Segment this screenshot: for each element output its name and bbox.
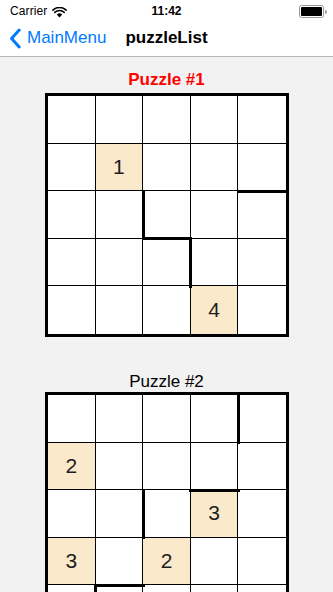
cell-r4c4: [191, 538, 239, 586]
cell-r2c4: [191, 443, 239, 491]
region-border-segment: [94, 584, 97, 592]
cell-r1c5: [238, 96, 286, 144]
cell-r1c1: [48, 395, 96, 443]
cell-r5c3: [143, 585, 191, 592]
puzzle-list-content: Puzzle #114Puzzle #22332: [0, 57, 333, 592]
back-button-label: MainMenu: [27, 28, 106, 48]
puzzle-title: Puzzle #2: [0, 372, 333, 392]
carrier-label: Carrier: [10, 4, 47, 18]
region-border-segment: [189, 237, 192, 288]
battery-nub: [325, 10, 327, 14]
cell-r4c5: [238, 538, 286, 586]
cell-r3c3: [143, 490, 191, 538]
cell-r4c5: [238, 239, 286, 287]
given-cell-r4c1: 3: [48, 538, 96, 586]
cell-r2c1: [48, 144, 96, 192]
cell-r4c1: [48, 239, 96, 287]
cell-r1c2: [96, 96, 144, 144]
status-time: 11:42: [151, 4, 181, 18]
cell-r2c2: [96, 443, 144, 491]
cell-r3c1: [48, 490, 96, 538]
puzzle-grid-1[interactable]: 14: [45, 93, 289, 337]
cell-r1c3: [143, 395, 191, 443]
cell-r5c5: [238, 585, 286, 592]
cell-r3c2: [96, 191, 144, 239]
battery-icon: [299, 5, 327, 18]
cell-r1c4: [191, 395, 239, 443]
cell-r1c5: [238, 395, 286, 443]
region-border-segment: [94, 584, 145, 587]
cell-r5c4: [191, 585, 239, 592]
cell-r5c3: [143, 286, 191, 334]
region-border-segment: [142, 237, 193, 240]
cell-r3c5: [238, 191, 286, 239]
region-border-segment: [237, 190, 288, 193]
cell-r3c4: [191, 191, 239, 239]
cell-r1c3: [143, 96, 191, 144]
battery-body: [299, 5, 324, 18]
cell-r4c2: [96, 538, 144, 586]
cell-r3c3: [143, 191, 191, 239]
page-title: puzzleList: [125, 20, 207, 56]
region-border-segment: [142, 489, 145, 540]
cell-r4c2: [96, 239, 144, 287]
chevron-left-icon: [9, 28, 21, 49]
cell-r5c1: [48, 286, 96, 334]
cell-r5c1: [48, 585, 96, 592]
cell-r1c4: [191, 96, 239, 144]
cell-r2c3: [143, 144, 191, 192]
battery-fill: [301, 7, 322, 16]
given-cell-r4c3: 2: [143, 538, 191, 586]
cell-r2c4: [191, 144, 239, 192]
given-cell-r2c2: 1: [96, 144, 144, 192]
cell-r1c2: [96, 395, 144, 443]
given-cell-r5c4: 4: [191, 286, 239, 334]
cell-r5c5: [238, 286, 286, 334]
cell-r3c1: [48, 191, 96, 239]
puzzle-title: Puzzle #1: [0, 70, 333, 90]
cell-r3c5: [238, 490, 286, 538]
cell-r2c5: [238, 443, 286, 491]
status-bar: Carrier 11:42: [0, 0, 333, 22]
cell-r1c1: [48, 96, 96, 144]
region-border-segment: [142, 190, 145, 241]
cell-r4c4: [191, 239, 239, 287]
nav-bar: MainMenu puzzleList: [0, 20, 333, 57]
cell-r4c3: [143, 239, 191, 287]
given-cell-r2c1: 2: [48, 443, 96, 491]
cell-r5c2: [96, 286, 144, 334]
region-border-segment: [189, 489, 240, 492]
cell-r3c2: [96, 490, 144, 538]
region-border-segment: [237, 394, 240, 445]
cell-r2c3: [143, 443, 191, 491]
back-button[interactable]: MainMenu: [9, 20, 106, 56]
given-cell-r3c4: 3: [191, 490, 239, 538]
wifi-icon: [52, 7, 67, 18]
puzzle-grid-2[interactable]: 2332: [45, 392, 289, 592]
cell-r2c5: [238, 144, 286, 192]
